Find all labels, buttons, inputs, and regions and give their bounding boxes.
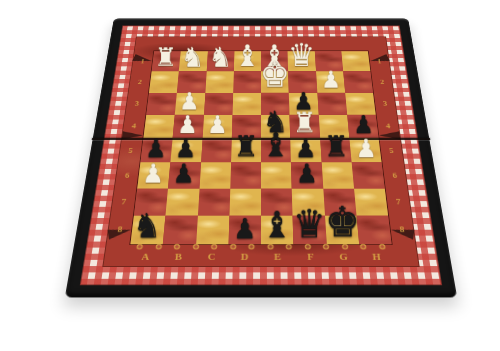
rosette-ornament <box>154 243 162 250</box>
white-knight: ♞ <box>208 45 232 70</box>
file-label: G <box>327 251 361 262</box>
square-h2 <box>343 71 373 92</box>
file-label: B <box>161 251 195 262</box>
rank-label: 4 <box>126 115 141 138</box>
square-a2 <box>149 71 179 92</box>
square-a3 <box>146 93 177 115</box>
rosette-ornament <box>173 243 181 250</box>
file-label: C <box>195 251 229 262</box>
white-knight: ♞ <box>181 45 205 70</box>
square-d3 <box>232 93 261 115</box>
white-pawn: ♟ <box>177 114 198 136</box>
rank-label: 5 <box>123 138 138 162</box>
square-g6 <box>321 162 354 188</box>
file-label: D <box>228 251 261 262</box>
square-g8: ♚ <box>325 215 359 244</box>
rank-label: 3 <box>378 93 393 115</box>
file-label: F <box>294 251 328 262</box>
white-pawn: ♟ <box>142 163 164 186</box>
square-c6 <box>199 162 231 188</box>
black-rook: ♜ <box>234 134 258 160</box>
rank-label: 6 <box>387 162 403 188</box>
rosette-ornament <box>341 243 349 250</box>
square-g5: ♜ <box>320 138 352 162</box>
square-c8 <box>196 215 230 244</box>
square-d2 <box>233 71 261 92</box>
rank-label: 5 <box>384 138 399 162</box>
white-rook: ♜ <box>154 46 177 69</box>
square-c2 <box>205 71 234 92</box>
file-label: A <box>128 251 162 262</box>
square-a6: ♟ <box>137 162 170 188</box>
white-pawn: ♟ <box>321 70 341 91</box>
black-pawn: ♟ <box>145 138 167 161</box>
black-pawn: ♟ <box>233 217 256 242</box>
square-g3 <box>317 93 347 115</box>
square-h8 <box>356 215 391 244</box>
square-d1: ♝ <box>234 51 261 71</box>
gingham-border: ♜♞♞♝♝♛♚♟♟♟♟♟♞♜♟♟♟♜♝♟♜♟♟♟♟♞♟♝♛♚ ABCDEFGH … <box>80 25 442 285</box>
black-knight: ♞ <box>133 211 162 241</box>
rank-label: 1 <box>136 51 150 71</box>
rosette-ornament <box>248 243 256 250</box>
rank-label: 7 <box>390 188 406 215</box>
black-bishop: ♝ <box>262 209 292 241</box>
black-pawn: ♟ <box>353 114 374 136</box>
rosette-ornament <box>359 243 367 250</box>
square-a1: ♜ <box>152 51 181 71</box>
rosette-ornament <box>210 243 218 250</box>
square-b8 <box>163 215 197 244</box>
board-squares: ♜♞♞♝♝♛♚♟♟♟♟♟♞♜♟♟♟♜♝♟♜♟♟♟♟♞♟♝♛♚ <box>130 51 391 244</box>
square-d6 <box>230 162 261 188</box>
square-f1: ♛ <box>288 51 316 71</box>
rosette-ornament <box>304 243 312 250</box>
square-h1 <box>341 51 370 71</box>
rosette-ornament <box>378 243 386 250</box>
chess-board: ♜♞♞♝♝♛♚♟♟♟♟♟♞♜♟♟♟♜♝♟♜♟♟♟♟♞♟♝♛♚ ABCDEFGH … <box>65 18 457 297</box>
black-pawn: ♟ <box>295 138 316 161</box>
square-f8: ♛ <box>293 215 327 244</box>
square-e5: ♝ <box>261 138 291 162</box>
square-c4: ♟ <box>202 115 232 138</box>
rank-label: 4 <box>381 115 396 138</box>
square-b7 <box>166 188 199 215</box>
file-label: H <box>360 251 394 262</box>
rank-label: 2 <box>133 71 147 92</box>
square-e6 <box>261 162 292 188</box>
square-h5: ♟ <box>349 138 381 162</box>
white-king: ♚ <box>260 59 290 91</box>
square-e8: ♝ <box>261 215 294 244</box>
black-bishop: ♝ <box>262 131 290 160</box>
black-queen: ♛ <box>293 207 326 242</box>
rank-label: 8 <box>394 215 411 244</box>
square-a8: ♞ <box>130 215 165 244</box>
rosette-ornament <box>192 243 200 250</box>
product-photo: ♜♞♞♝♝♛♚♟♟♟♟♟♞♜♟♟♟♜♝♟♜♟♟♟♟♞♟♝♛♚ ABCDEFGH … <box>0 0 500 351</box>
white-rook: ♜ <box>293 111 317 136</box>
border-ornaments <box>135 243 386 250</box>
square-d8: ♟ <box>228 215 261 244</box>
square-f6: ♟ <box>291 162 323 188</box>
black-rook: ♜ <box>324 134 349 160</box>
square-b6: ♟ <box>168 162 201 188</box>
white-pawn: ♟ <box>207 114 228 136</box>
rank-label: 7 <box>115 188 131 215</box>
rank-label: 1 <box>373 51 387 71</box>
rank-label: 2 <box>375 71 389 92</box>
square-g2: ♟ <box>316 71 345 92</box>
file-labels: ABCDEFGH <box>128 251 394 262</box>
white-pawn: ♟ <box>355 138 377 161</box>
square-b1: ♞ <box>179 51 208 71</box>
board-frame: ♜♞♞♝♝♛♚♟♟♟♟♟♞♜♟♟♟♜♝♟♜♟♟♟♟♞♟♝♛♚ ABCDEFGH … <box>65 18 457 297</box>
white-bishop: ♝ <box>235 43 260 69</box>
file-label: E <box>261 251 294 262</box>
square-h6 <box>351 162 384 188</box>
inner-border-band: ♜♞♞♝♝♛♚♟♟♟♟♟♞♜♟♟♟♜♝♟♜♟♟♟♟♞♟♝♛♚ ABCDEFGH … <box>102 36 419 267</box>
square-c1: ♞ <box>206 51 234 71</box>
rank-label: 3 <box>130 93 145 115</box>
rosette-ornament <box>322 243 330 250</box>
rosette-ornament <box>285 243 293 250</box>
square-d5: ♜ <box>231 138 261 162</box>
black-pawn: ♟ <box>175 138 197 161</box>
square-c5 <box>201 138 232 162</box>
black-pawn: ♟ <box>296 163 318 186</box>
black-pawn: ♟ <box>173 163 195 186</box>
rosette-ornament <box>229 243 237 250</box>
rank-label: 8 <box>111 215 128 244</box>
white-queen: ♛ <box>288 41 315 69</box>
rosette-ornament <box>135 243 143 250</box>
rosette-ornament <box>266 243 274 250</box>
rank-label: 6 <box>119 162 135 188</box>
black-king: ♚ <box>324 204 359 242</box>
square-c7 <box>197 188 230 215</box>
square-e2: ♚ <box>261 71 289 92</box>
square-d7 <box>229 188 261 215</box>
